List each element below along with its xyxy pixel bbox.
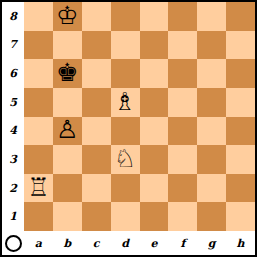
square-h2[interactable] xyxy=(226,174,255,203)
rank-labels: 87654321 xyxy=(2,2,24,231)
square-g3[interactable] xyxy=(197,145,226,174)
square-a1[interactable] xyxy=(24,202,53,231)
square-d7[interactable] xyxy=(111,31,140,60)
square-d5[interactable]: ♗ xyxy=(111,88,140,117)
rank-label-8: 8 xyxy=(2,2,24,31)
square-e5[interactable] xyxy=(140,88,169,117)
square-a6[interactable] xyxy=(24,59,53,88)
black-king-b6[interactable]: ♚ xyxy=(56,60,78,85)
square-f6[interactable] xyxy=(168,59,197,88)
white-knight-d3[interactable]: ♘ xyxy=(114,146,136,171)
file-label-a: a xyxy=(24,231,53,255)
white-pawn-b4[interactable]: ♙ xyxy=(56,117,78,142)
file-label-b: b xyxy=(53,231,82,255)
square-g8[interactable] xyxy=(197,2,226,31)
chess-diagram: 87654321 ♔♚♗♙♘♖ abcdefgh xyxy=(0,0,257,257)
square-c2[interactable] xyxy=(82,174,111,203)
square-f7[interactable] xyxy=(168,31,197,60)
square-a8[interactable] xyxy=(24,2,53,31)
square-f3[interactable] xyxy=(168,145,197,174)
file-label-h: h xyxy=(226,231,255,255)
square-e8[interactable] xyxy=(140,2,169,31)
square-a3[interactable] xyxy=(24,145,53,174)
square-c8[interactable] xyxy=(82,2,111,31)
square-e2[interactable] xyxy=(140,174,169,203)
square-h6[interactable] xyxy=(226,59,255,88)
square-b5[interactable] xyxy=(53,88,82,117)
square-a7[interactable] xyxy=(24,31,53,60)
square-h3[interactable] xyxy=(226,145,255,174)
square-h5[interactable] xyxy=(226,88,255,117)
square-f8[interactable] xyxy=(168,2,197,31)
square-c4[interactable] xyxy=(82,117,111,146)
square-c6[interactable] xyxy=(82,59,111,88)
square-a2[interactable]: ♖ xyxy=(24,174,53,203)
square-b1[interactable] xyxy=(53,202,82,231)
move-indicator-area xyxy=(2,231,24,255)
square-b6[interactable]: ♚ xyxy=(53,59,82,88)
square-d4[interactable] xyxy=(111,117,140,146)
square-b3[interactable] xyxy=(53,145,82,174)
square-g1[interactable] xyxy=(197,202,226,231)
rank-label-7: 7 xyxy=(2,31,24,60)
square-e4[interactable] xyxy=(140,117,169,146)
square-a5[interactable] xyxy=(24,88,53,117)
square-f5[interactable] xyxy=(168,88,197,117)
square-b4[interactable]: ♙ xyxy=(53,117,82,146)
square-b7[interactable] xyxy=(53,31,82,60)
square-f4[interactable] xyxy=(168,117,197,146)
square-d2[interactable] xyxy=(111,174,140,203)
file-label-c: c xyxy=(82,231,111,255)
square-g2[interactable] xyxy=(197,174,226,203)
square-f1[interactable] xyxy=(168,202,197,231)
file-label-d: d xyxy=(111,231,140,255)
square-b8[interactable]: ♔ xyxy=(53,2,82,31)
square-b2[interactable] xyxy=(53,174,82,203)
square-h7[interactable] xyxy=(226,31,255,60)
rank-label-3: 3 xyxy=(2,145,24,174)
file-label-f: f xyxy=(168,231,197,255)
square-e1[interactable] xyxy=(140,202,169,231)
white-to-move-indicator-icon xyxy=(5,235,22,252)
square-h8[interactable] xyxy=(226,2,255,31)
square-g5[interactable] xyxy=(197,88,226,117)
square-g4[interactable] xyxy=(197,117,226,146)
square-e7[interactable] xyxy=(140,31,169,60)
square-d8[interactable] xyxy=(111,2,140,31)
square-d1[interactable] xyxy=(111,202,140,231)
square-c7[interactable] xyxy=(82,31,111,60)
square-e3[interactable] xyxy=(140,145,169,174)
file-labels: abcdefgh xyxy=(24,231,255,255)
rank-label-4: 4 xyxy=(2,117,24,146)
rank-label-6: 6 xyxy=(2,59,24,88)
square-g7[interactable] xyxy=(197,31,226,60)
square-c1[interactable] xyxy=(82,202,111,231)
square-c3[interactable] xyxy=(82,145,111,174)
white-king-b8[interactable]: ♔ xyxy=(56,3,78,28)
file-label-g: g xyxy=(197,231,226,255)
square-d6[interactable] xyxy=(111,59,140,88)
white-bishop-d5[interactable]: ♗ xyxy=(114,89,136,114)
chess-board: ♔♚♗♙♘♖ xyxy=(24,2,255,231)
white-rook-a2[interactable]: ♖ xyxy=(27,175,49,200)
rank-label-2: 2 xyxy=(2,174,24,203)
rank-label-1: 1 xyxy=(2,202,24,231)
file-label-e: e xyxy=(140,231,169,255)
square-g6[interactable] xyxy=(197,59,226,88)
square-h1[interactable] xyxy=(226,202,255,231)
square-e6[interactable] xyxy=(140,59,169,88)
square-h4[interactable] xyxy=(226,117,255,146)
square-d3[interactable]: ♘ xyxy=(111,145,140,174)
square-f2[interactable] xyxy=(168,174,197,203)
square-a4[interactable] xyxy=(24,117,53,146)
rank-label-5: 5 xyxy=(2,88,24,117)
square-c5[interactable] xyxy=(82,88,111,117)
